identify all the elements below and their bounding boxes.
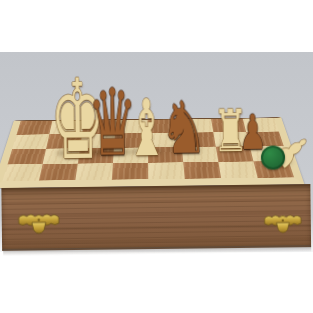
board-square [2, 164, 42, 181]
felt-base-fallen-pawn [261, 145, 285, 169]
brass-clasp-left [17, 209, 61, 240]
board-square [12, 134, 49, 149]
board-square [17, 121, 53, 135]
pieces-layer: ♚♛♝♞♜♟♟ [0, 0, 311, 2]
brass-clasp-right [263, 210, 303, 238]
chess-set: ♚♛♝♞♜♟♟ [0, 0, 313, 313]
photo-stage: ♚♛♝♞♜♟♟ [0, 0, 313, 313]
board-square [7, 149, 46, 165]
